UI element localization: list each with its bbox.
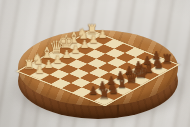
square-d4[interactable] bbox=[78, 64, 98, 73]
piece-black-rook[interactable]: ♜ bbox=[97, 87, 111, 100]
piece-white-pawn[interactable]: ♟ bbox=[33, 64, 47, 75]
chess-set-photo: ♜♟♟♜♞♟♟♞♝♟♟♝♚♟♟♚♛♟♟♛♝♟♟♝♞♟♟♞♜♟♟♜ bbox=[0, 0, 190, 127]
